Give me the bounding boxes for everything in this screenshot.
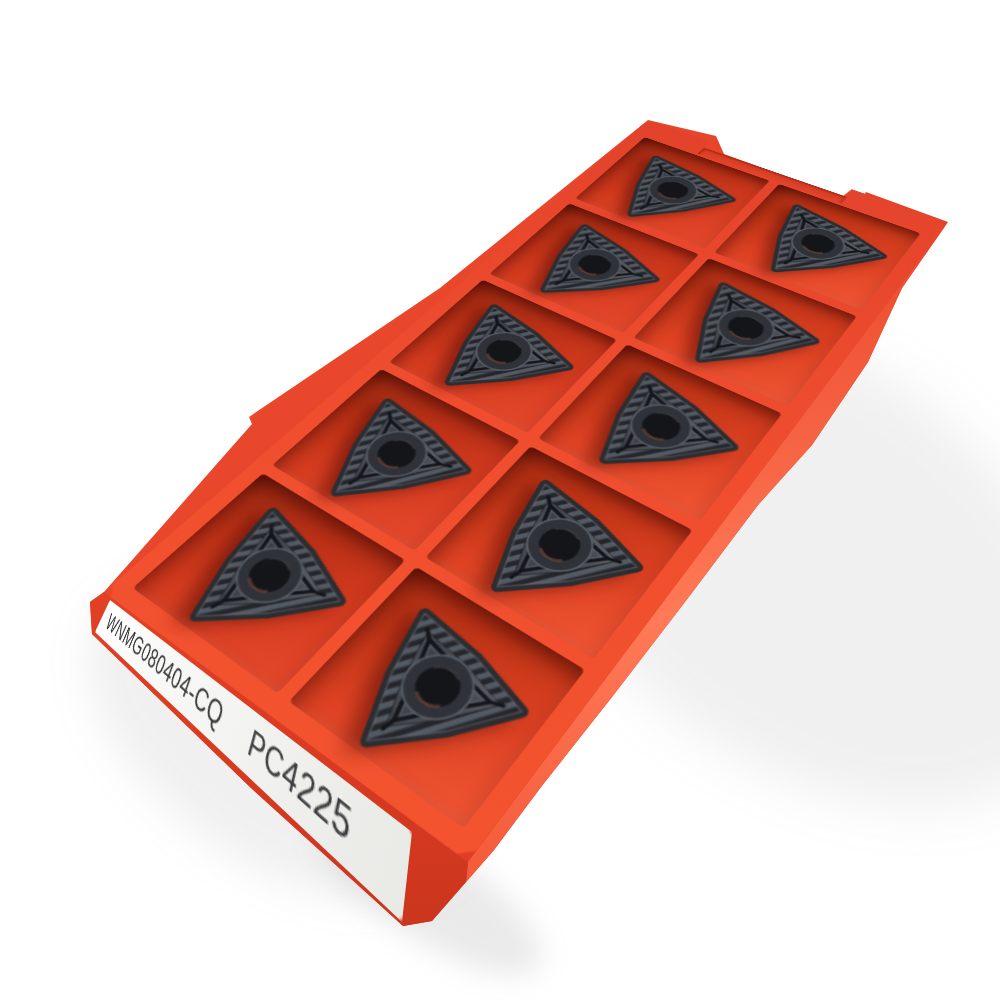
label-text-gap [219, 728, 246, 752]
product-photo: WNMG080404-CQPC4225 [0, 0, 1000, 1000]
